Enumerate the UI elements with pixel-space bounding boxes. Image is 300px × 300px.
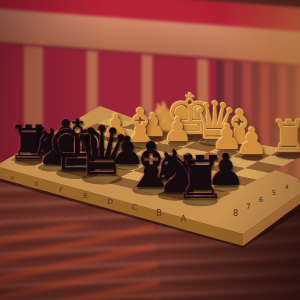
photo-scene: Wooden folding chess board on a dark red…	[0, 0, 300, 300]
pieces-layer: ♞♚♟♟♛♟♝♝♟♜♟♟♜♝♟♞♚♛♟♟♝♞♜	[0, 0, 300, 300]
piece-black-rook-a8[interactable]: ♜	[174, 148, 227, 207]
piece-white-rook-a1[interactable]: ♜	[269, 114, 300, 159]
